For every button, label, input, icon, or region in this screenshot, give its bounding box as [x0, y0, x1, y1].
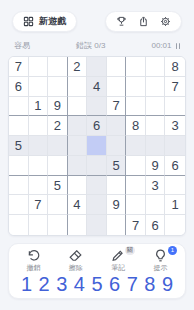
numpad-2[interactable]: 2: [36, 273, 53, 296]
cell-r3c6[interactable]: 7: [107, 97, 127, 117]
cell-r1c6[interactable]: [107, 57, 127, 77]
cell-r5c7[interactable]: [126, 136, 146, 156]
cell-r5c8[interactable]: [146, 136, 166, 156]
cell-r2c1[interactable]: 6: [9, 77, 29, 97]
cell-r6c1[interactable]: [9, 156, 29, 176]
cell-r4c2[interactable]: [29, 116, 49, 136]
numpad-9[interactable]: 9: [159, 273, 176, 296]
number-pad: 123456789: [9, 273, 185, 296]
cell-r3c5[interactable]: [87, 97, 107, 117]
cell-r6c6[interactable]: 5: [107, 156, 127, 176]
numpad-7[interactable]: 7: [124, 273, 141, 296]
numpad-4[interactable]: 4: [71, 273, 88, 296]
cell-r6c9[interactable]: 6: [165, 156, 185, 176]
control-panel: 撤銷 擦除 關 筆記: [8, 243, 186, 299]
top-bar: 新遊戲: [0, 0, 194, 32]
cell-r6c4[interactable]: [68, 156, 88, 176]
cell-r9c2[interactable]: [29, 215, 49, 235]
cell-r2c9[interactable]: 7: [165, 77, 185, 97]
cell-r1c3[interactable]: [48, 57, 68, 77]
cell-r6c8[interactable]: 9: [146, 156, 166, 176]
cell-r1c4[interactable]: 2: [68, 57, 88, 77]
hint-badge: 1: [168, 246, 177, 255]
cell-r8c6[interactable]: 9: [107, 195, 127, 215]
lightbulb-icon: [153, 249, 168, 262]
cell-r9c4[interactable]: [68, 215, 88, 235]
cell-r8c7[interactable]: [126, 195, 146, 215]
cell-r4c4[interactable]: [68, 116, 88, 136]
cell-r6c5[interactable]: [87, 156, 107, 176]
timer: 00:01: [151, 41, 171, 50]
pencil-icon: [111, 249, 126, 262]
cell-r8c5[interactable]: [87, 195, 107, 215]
cell-r1c7[interactable]: [126, 57, 146, 77]
sudoku-app: 新遊戲: [0, 0, 194, 310]
grid-icon: [23, 16, 34, 27]
notes-badge: 關: [125, 246, 135, 255]
cell-r8c8[interactable]: [146, 195, 166, 215]
numpad-6[interactable]: 6: [106, 273, 123, 296]
hint-button[interactable]: 1 提示: [153, 249, 168, 273]
cell-r8c9[interactable]: 1: [165, 195, 185, 215]
cell-r4c5[interactable]: 6: [87, 116, 107, 136]
mistakes-label: 錯誤 0/3: [76, 40, 105, 51]
cell-r4c9[interactable]: 3: [165, 116, 185, 136]
cell-r9c5[interactable]: [87, 215, 107, 235]
cell-r9c1[interactable]: [9, 215, 29, 235]
undo-icon: [26, 249, 41, 262]
numpad-1[interactable]: 1: [18, 273, 35, 296]
cell-r6c7[interactable]: [126, 156, 146, 176]
cell-r9c9[interactable]: [165, 215, 185, 235]
hint-label: 提示: [153, 263, 167, 273]
cell-r7c3[interactable]: 5: [48, 176, 68, 196]
cell-r3c2[interactable]: 1: [29, 97, 49, 117]
cell-r9c3[interactable]: [48, 215, 68, 235]
cell-r7c5[interactable]: [87, 176, 107, 196]
cell-r9c7[interactable]: 7: [126, 215, 146, 235]
cell-r1c9[interactable]: 8: [165, 57, 185, 77]
cell-r3c8[interactable]: [146, 97, 166, 117]
cell-r1c8[interactable]: [146, 57, 166, 77]
cell-r5c2[interactable]: [29, 136, 49, 156]
cell-r8c4[interactable]: 4: [68, 195, 88, 215]
difficulty-label[interactable]: 容易: [14, 40, 30, 51]
numpad-8[interactable]: 8: [141, 273, 158, 296]
erase-button[interactable]: 擦除: [68, 249, 83, 273]
cell-r2c5[interactable]: 4: [87, 77, 107, 97]
new-game-button[interactable]: 新遊戲: [12, 11, 77, 32]
cell-r2c4[interactable]: [68, 77, 88, 97]
cell-r7c7[interactable]: [126, 176, 146, 196]
cell-r6c2[interactable]: [29, 156, 49, 176]
cell-r1c2[interactable]: [29, 57, 49, 77]
cell-r8c1[interactable]: [9, 195, 29, 215]
cell-r7c2[interactable]: [29, 176, 49, 196]
undo-button[interactable]: 撤銷: [26, 249, 41, 273]
cell-r4c3[interactable]: 2: [48, 116, 68, 136]
cell-r9c6[interactable]: [107, 215, 127, 235]
undo-label: 撤銷: [27, 263, 41, 273]
share-icon[interactable]: [138, 16, 149, 27]
cell-r5c4[interactable]: [68, 136, 88, 156]
cell-r1c1[interactable]: 7: [9, 57, 29, 77]
cell-r4c6[interactable]: [107, 116, 127, 136]
cell-r2c3[interactable]: [48, 77, 68, 97]
cell-r2c6[interactable]: [107, 77, 127, 97]
new-game-label: 新遊戲: [39, 15, 66, 28]
cell-r3c4[interactable]: [68, 97, 88, 117]
cell-r4c1[interactable]: [9, 116, 29, 136]
cell-r7c8[interactable]: 3: [146, 176, 166, 196]
cell-r7c9[interactable]: [165, 176, 185, 196]
cell-r3c7[interactable]: [126, 97, 146, 117]
cell-r2c7[interactable]: [126, 77, 146, 97]
cell-r7c1[interactable]: [9, 176, 29, 196]
erase-label: 擦除: [69, 263, 83, 273]
cell-r4c7[interactable]: 8: [126, 116, 146, 136]
numpad-3[interactable]: 3: [53, 273, 70, 296]
cell-r5c5[interactable]: [87, 136, 107, 156]
cell-r9c8[interactable]: 6: [146, 215, 166, 235]
sudoku-grid: 7286471972683559653749176: [9, 57, 185, 235]
cell-r1c5[interactable]: [87, 57, 107, 77]
status-bar: 容易 錯誤 0/3 00:01: [14, 40, 180, 51]
cell-r7c6[interactable]: [107, 176, 127, 196]
eraser-icon: [68, 249, 83, 262]
trophy-icon[interactable]: [116, 16, 127, 27]
cell-r3c3[interactable]: 9: [48, 97, 68, 117]
pause-icon[interactable]: [176, 43, 181, 49]
cell-r6c3[interactable]: [48, 156, 68, 176]
cell-r4c8[interactable]: [146, 116, 166, 136]
numpad-5[interactable]: 5: [89, 273, 106, 296]
settings-icon[interactable]: [160, 16, 171, 27]
cell-r8c3[interactable]: [48, 195, 68, 215]
cell-r5c9[interactable]: [165, 136, 185, 156]
notes-button[interactable]: 關 筆記: [111, 249, 126, 273]
cell-r5c3[interactable]: [48, 136, 68, 156]
cell-r5c6[interactable]: [107, 136, 127, 156]
toolbar: 撤銷 擦除 關 筆記: [9, 249, 185, 273]
notes-label: 筆記: [111, 263, 125, 273]
cell-r7c4[interactable]: [68, 176, 88, 196]
cell-r5c1[interactable]: 5: [9, 136, 29, 156]
sudoku-board: 7286471972683559653749176: [8, 56, 186, 236]
cell-r3c9[interactable]: [165, 97, 185, 117]
cell-r3c1[interactable]: [9, 97, 29, 117]
cell-r2c2[interactable]: [29, 77, 49, 97]
topbar-actions: [105, 11, 182, 32]
cell-r8c2[interactable]: 7: [29, 195, 49, 215]
cell-r2c8[interactable]: [146, 77, 166, 97]
